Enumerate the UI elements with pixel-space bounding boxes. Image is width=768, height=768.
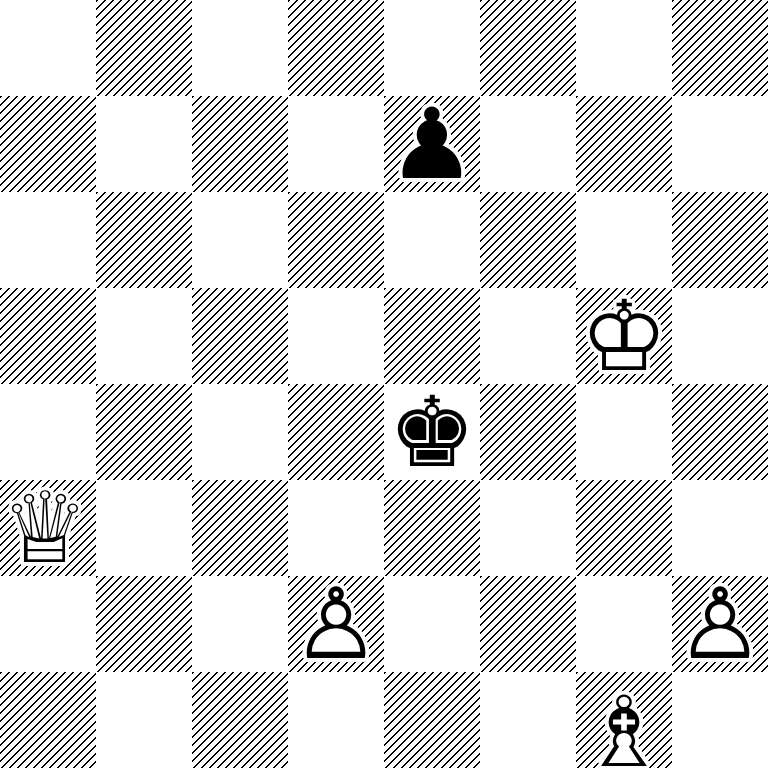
- square-e8[interactable]: [384, 0, 480, 96]
- square-a2[interactable]: [0, 576, 96, 672]
- chess-board: ♟♟♚♔♚♚♛♕♟♙♟♙♝♗: [0, 0, 768, 768]
- square-b1[interactable]: [96, 672, 192, 768]
- square-g7[interactable]: [576, 96, 672, 192]
- square-e2[interactable]: [384, 576, 480, 672]
- square-f5[interactable]: [480, 288, 576, 384]
- square-f7[interactable]: [480, 96, 576, 192]
- square-a4[interactable]: [0, 384, 96, 480]
- square-h1[interactable]: [672, 672, 768, 768]
- square-e6[interactable]: [384, 192, 480, 288]
- square-e7[interactable]: ♟♟: [384, 96, 480, 192]
- square-e1[interactable]: [384, 672, 480, 768]
- square-e3[interactable]: [384, 480, 480, 576]
- black-king[interactable]: ♚♚: [384, 384, 480, 480]
- square-a3[interactable]: ♛♕: [0, 480, 96, 576]
- square-g8[interactable]: [576, 0, 672, 96]
- square-h2[interactable]: ♟♙: [672, 576, 768, 672]
- white-bishop-glyph: ♗: [580, 684, 668, 768]
- square-a8[interactable]: [0, 0, 96, 96]
- square-c1[interactable]: [192, 672, 288, 768]
- square-e5[interactable]: [384, 288, 480, 384]
- square-d7[interactable]: [288, 96, 384, 192]
- white-pawn-glyph: ♙: [292, 576, 380, 672]
- square-h8[interactable]: [672, 0, 768, 96]
- white-queen-glyph: ♕: [1, 480, 89, 576]
- white-pawn[interactable]: ♟♙: [288, 576, 384, 672]
- square-b4[interactable]: [96, 384, 192, 480]
- square-g5[interactable]: ♚♔: [576, 288, 672, 384]
- white-pawn[interactable]: ♟♙: [672, 576, 768, 672]
- square-c2[interactable]: [192, 576, 288, 672]
- square-f6[interactable]: [480, 192, 576, 288]
- square-d4[interactable]: [288, 384, 384, 480]
- square-a5[interactable]: [0, 288, 96, 384]
- square-c4[interactable]: [192, 384, 288, 480]
- square-h7[interactable]: [672, 96, 768, 192]
- square-f3[interactable]: [480, 480, 576, 576]
- square-g4[interactable]: [576, 384, 672, 480]
- white-bishop[interactable]: ♝♗: [576, 684, 672, 768]
- square-h4[interactable]: [672, 384, 768, 480]
- square-a6[interactable]: [0, 192, 96, 288]
- square-c6[interactable]: [192, 192, 288, 288]
- white-queen[interactable]: ♛♕: [0, 480, 93, 576]
- square-e4[interactable]: ♚♚: [384, 384, 480, 480]
- square-a7[interactable]: [0, 96, 96, 192]
- square-h5[interactable]: [672, 288, 768, 384]
- square-d6[interactable]: [288, 192, 384, 288]
- square-g2[interactable]: [576, 576, 672, 672]
- square-c3[interactable]: [192, 480, 288, 576]
- white-king[interactable]: ♚♔: [576, 288, 672, 384]
- square-d5[interactable]: [288, 288, 384, 384]
- square-d3[interactable]: [288, 480, 384, 576]
- square-f8[interactable]: [480, 0, 576, 96]
- square-d1[interactable]: [288, 672, 384, 768]
- square-d8[interactable]: [288, 0, 384, 96]
- square-b5[interactable]: [96, 288, 192, 384]
- square-b6[interactable]: [96, 192, 192, 288]
- square-a1[interactable]: [0, 672, 96, 768]
- square-h3[interactable]: [672, 480, 768, 576]
- square-h6[interactable]: [672, 192, 768, 288]
- square-c7[interactable]: [192, 96, 288, 192]
- white-pawn-glyph: ♙: [676, 576, 764, 672]
- square-f1[interactable]: [480, 672, 576, 768]
- square-f4[interactable]: [480, 384, 576, 480]
- black-pawn-glyph: ♟: [388, 96, 476, 192]
- square-g1[interactable]: ♝♗: [576, 672, 672, 768]
- square-c5[interactable]: [192, 288, 288, 384]
- square-g3[interactable]: [576, 480, 672, 576]
- square-b8[interactable]: [96, 0, 192, 96]
- black-king-glyph: ♚: [388, 384, 476, 480]
- square-c8[interactable]: [192, 0, 288, 96]
- square-b3[interactable]: [96, 480, 192, 576]
- square-b7[interactable]: [96, 96, 192, 192]
- square-g6[interactable]: [576, 192, 672, 288]
- square-d2[interactable]: ♟♙: [288, 576, 384, 672]
- square-b2[interactable]: [96, 576, 192, 672]
- white-king-glyph: ♔: [580, 288, 668, 384]
- black-pawn[interactable]: ♟♟: [384, 96, 480, 192]
- square-f2[interactable]: [480, 576, 576, 672]
